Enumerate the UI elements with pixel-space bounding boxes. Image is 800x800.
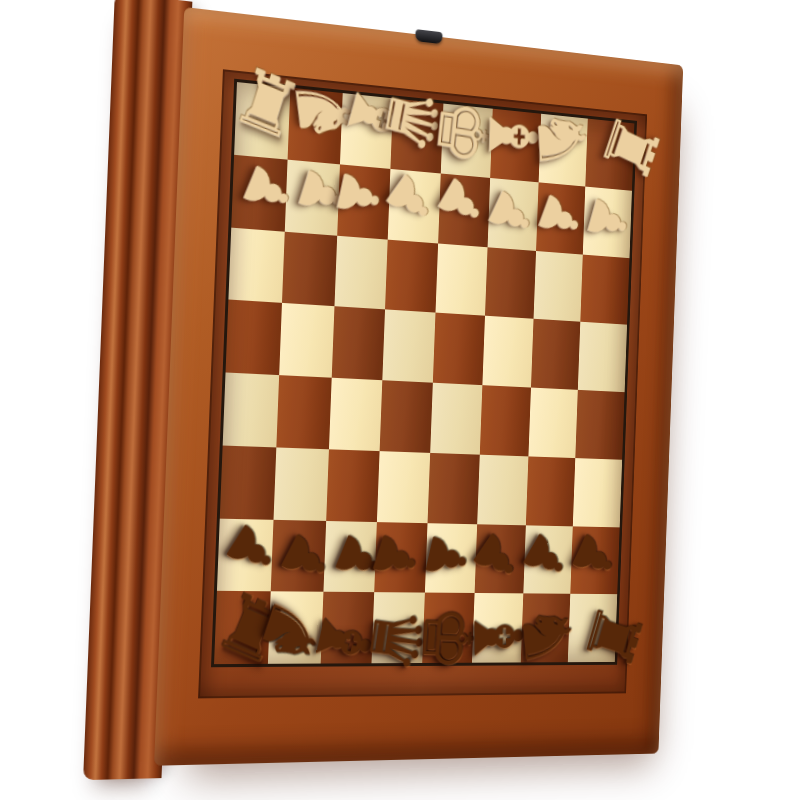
square-f4 xyxy=(480,385,531,456)
square-h6 xyxy=(581,254,630,325)
square-e3 xyxy=(428,453,480,524)
square-e4 xyxy=(430,383,482,455)
square-g5 xyxy=(531,319,581,390)
square-b6 xyxy=(282,231,337,306)
chess-box: ♜♞♝♛♚♝♞♜♟♟♟♟♟♟♟♟♟♟♟♟♟♟♟♟♜♞♝♛♚♝♞♜ xyxy=(83,0,683,774)
square-d6 xyxy=(385,239,438,313)
square-g3 xyxy=(525,456,575,526)
square-a3 xyxy=(220,445,276,519)
square-b3 xyxy=(273,447,328,520)
board-front-frame: ♜♞♝♛♚♝♞♜♟♟♟♟♟♟♟♟♟♟♟♟♟♟♟♟♜♞♝♛♚♝♞♜ xyxy=(154,7,683,766)
square-e5 xyxy=(433,313,485,385)
board-margin: ♜♞♝♛♚♝♞♜♟♟♟♟♟♟♟♟♟♟♟♟♟♟♟♟♜♞♝♛♚♝♞♜ xyxy=(198,69,647,698)
piece-black-knight: ♞ xyxy=(511,598,581,674)
scene: ♜♞♝♛♚♝♞♜♟♟♟♟♟♟♟♟♟♟♟♟♟♟♟♟♜♞♝♛♚♝♞♜ xyxy=(0,0,800,800)
square-f6 xyxy=(485,247,536,319)
square-f5 xyxy=(482,316,533,388)
square-c3 xyxy=(326,449,380,522)
square-a4 xyxy=(223,372,279,447)
square-b5 xyxy=(279,303,334,378)
square-e6 xyxy=(435,243,487,316)
square-b4 xyxy=(276,375,331,449)
square-c6 xyxy=(334,235,388,309)
square-d5 xyxy=(383,310,436,383)
product-photo: ♜♞♝♛♚♝♞♜♟♟♟♟♟♟♟♟♟♟♟♟♟♟♟♟♜♞♝♛♚♝♞♜ xyxy=(0,0,800,800)
piece-black-rook: ♜ xyxy=(573,595,651,678)
square-h3 xyxy=(573,458,622,527)
square-h4 xyxy=(576,390,625,460)
clasp xyxy=(416,29,443,44)
square-g4 xyxy=(528,388,578,458)
square-c5 xyxy=(331,306,385,380)
square-c4 xyxy=(328,378,382,451)
square-a6 xyxy=(228,227,284,303)
square-f3 xyxy=(477,454,528,524)
piece-white-knight: ♞ xyxy=(527,106,595,173)
square-a5 xyxy=(226,300,282,375)
square-d3 xyxy=(377,451,430,523)
square-d4 xyxy=(380,380,433,452)
square-h5 xyxy=(578,322,627,392)
chess-board: ♜♞♝♛♚♝♞♜♟♟♟♟♟♟♟♟♟♟♟♟♟♟♟♟♜♞♝♛♚♝♞♜ xyxy=(211,79,637,668)
square-g6 xyxy=(533,250,583,321)
